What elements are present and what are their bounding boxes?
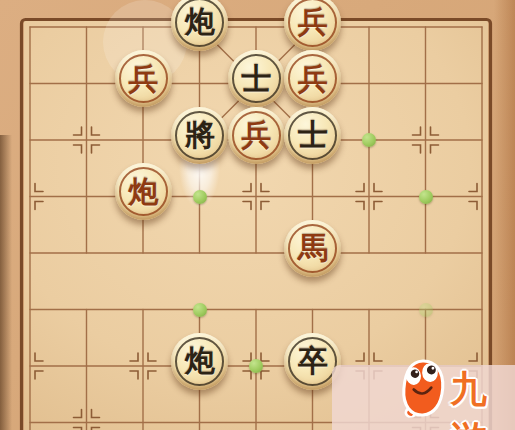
move-hint-dot[interactable] (249, 359, 263, 373)
piece-glyph: 炮 (171, 333, 228, 390)
piece-glyph: 士 (228, 50, 285, 107)
9game-watermark: 九游 (332, 365, 515, 430)
piece-glyph: 兵 (284, 50, 341, 107)
piece-red-soldier[interactable]: 兵 (228, 107, 285, 164)
piece-glyph: 炮 (171, 0, 228, 51)
piece-black-cannon[interactable]: 炮 (171, 333, 228, 390)
piece-black-advisor[interactable]: 士 (228, 50, 285, 107)
xiangqi-board-screenshot: 炮兵兵士兵將兵士炮馬炮卒 九游 (0, 0, 515, 430)
move-hint-dot[interactable] (193, 190, 207, 204)
watermark-text: 九游 (450, 365, 515, 430)
piece-glyph: 兵 (115, 50, 172, 107)
piece-glyph: 兵 (284, 0, 341, 51)
piece-red-soldier[interactable]: 兵 (284, 0, 341, 51)
piece-black-general[interactable]: 將 (171, 107, 228, 164)
move-hint-dot[interactable] (419, 303, 433, 317)
piece-black-cannon[interactable]: 炮 (171, 0, 228, 51)
piece-red-soldier[interactable]: 兵 (284, 50, 341, 107)
piece-red-soldier[interactable]: 兵 (115, 50, 172, 107)
piece-glyph: 將 (171, 107, 228, 164)
move-hint-dot[interactable] (193, 303, 207, 317)
piece-glyph: 士 (284, 107, 341, 164)
9game-mascot-icon (395, 358, 452, 419)
piece-glyph: 馬 (284, 220, 341, 277)
move-hint-dot[interactable] (362, 133, 376, 147)
piece-glyph: 炮 (115, 163, 172, 220)
piece-glyph: 兵 (228, 107, 285, 164)
piece-red-cannon[interactable]: 炮 (115, 163, 172, 220)
move-hint-dot[interactable] (419, 190, 433, 204)
piece-red-horse[interactable]: 馬 (284, 220, 341, 277)
piece-black-advisor[interactable]: 士 (284, 107, 341, 164)
